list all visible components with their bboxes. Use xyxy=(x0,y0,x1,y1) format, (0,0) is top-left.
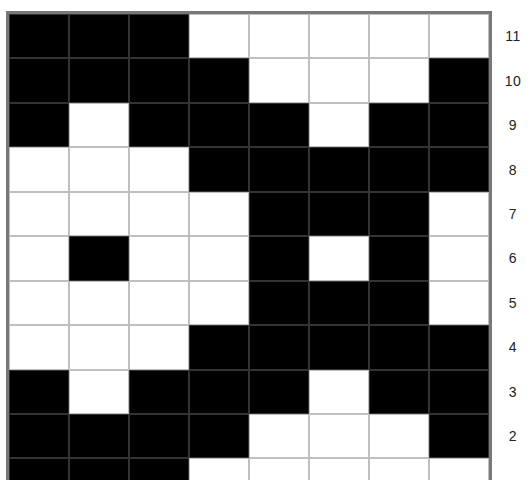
row-label-5: 5 xyxy=(496,281,530,325)
cell-r4-c5[interactable] xyxy=(249,325,309,369)
cell-r6-c4[interactable] xyxy=(189,236,249,280)
cell-r5-c6[interactable] xyxy=(309,281,369,325)
cell-r3-c5[interactable] xyxy=(249,370,309,414)
cell-r2-c6[interactable] xyxy=(309,414,369,458)
row-label-10: 10 xyxy=(496,58,530,102)
cell-r1-c2[interactable] xyxy=(69,458,129,480)
cell-r5-c3[interactable] xyxy=(129,281,189,325)
cell-r10-c4[interactable] xyxy=(189,58,249,102)
cell-r8-c5[interactable] xyxy=(249,147,309,191)
cell-r7-c7[interactable] xyxy=(369,192,429,236)
cell-r1-c5[interactable] xyxy=(249,458,309,480)
cell-r7-c1[interactable] xyxy=(9,192,69,236)
cell-r1-c4[interactable] xyxy=(189,458,249,480)
cell-r7-c2[interactable] xyxy=(69,192,129,236)
cell-r11-c1[interactable] xyxy=(9,14,69,58)
cell-r9-c4[interactable] xyxy=(189,103,249,147)
row-label-2: 2 xyxy=(496,414,530,458)
cell-r5-c2[interactable] xyxy=(69,281,129,325)
cell-r1-c7[interactable] xyxy=(369,458,429,480)
cell-r3-c6[interactable] xyxy=(309,370,369,414)
row-label-7: 7 xyxy=(496,192,530,236)
cell-r7-c4[interactable] xyxy=(189,192,249,236)
cell-r4-c2[interactable] xyxy=(69,325,129,369)
row-label-4: 4 xyxy=(496,325,530,369)
cell-r11-c8[interactable] xyxy=(429,14,489,58)
cell-r6-c3[interactable] xyxy=(129,236,189,280)
cell-r11-c7[interactable] xyxy=(369,14,429,58)
cell-r11-c6[interactable] xyxy=(309,14,369,58)
cell-r4-c1[interactable] xyxy=(9,325,69,369)
cell-r8-c7[interactable] xyxy=(369,147,429,191)
row-label-6: 6 xyxy=(496,236,530,280)
cell-r7-c6[interactable] xyxy=(309,192,369,236)
cell-r9-c6[interactable] xyxy=(309,103,369,147)
cell-r11-c3[interactable] xyxy=(129,14,189,58)
cell-r11-c4[interactable] xyxy=(189,14,249,58)
cell-r6-c7[interactable] xyxy=(369,236,429,280)
cell-r3-c3[interactable] xyxy=(129,370,189,414)
cell-r3-c7[interactable] xyxy=(369,370,429,414)
cell-r2-c8[interactable] xyxy=(429,414,489,458)
cell-r2-c4[interactable] xyxy=(189,414,249,458)
cell-r11-c5[interactable] xyxy=(249,14,309,58)
cell-r6-c5[interactable] xyxy=(249,236,309,280)
cell-r1-c3[interactable] xyxy=(129,458,189,480)
cell-r1-c6[interactable] xyxy=(309,458,369,480)
cell-r5-c7[interactable] xyxy=(369,281,429,325)
puzzle-grid xyxy=(6,11,492,480)
cell-r2-c5[interactable] xyxy=(249,414,309,458)
cell-r4-c3[interactable] xyxy=(129,325,189,369)
cell-r4-c7[interactable] xyxy=(369,325,429,369)
cell-r6-c2[interactable] xyxy=(69,236,129,280)
cell-r10-c1[interactable] xyxy=(9,58,69,102)
cell-r10-c2[interactable] xyxy=(69,58,129,102)
cell-r9-c3[interactable] xyxy=(129,103,189,147)
cell-r8-c1[interactable] xyxy=(9,147,69,191)
nonogram-board-area: 111098765432 xyxy=(0,0,531,480)
cell-r10-c7[interactable] xyxy=(369,58,429,102)
cell-r3-c4[interactable] xyxy=(189,370,249,414)
cell-r8-c3[interactable] xyxy=(129,147,189,191)
cell-r8-c4[interactable] xyxy=(189,147,249,191)
cell-r9-c1[interactable] xyxy=(9,103,69,147)
cell-r9-c2[interactable] xyxy=(69,103,129,147)
cell-r1-c8[interactable] xyxy=(429,458,489,480)
row-label-9: 9 xyxy=(496,103,530,147)
cell-r5-c5[interactable] xyxy=(249,281,309,325)
row-labels: 111098765432 xyxy=(496,14,530,458)
cell-r9-c8[interactable] xyxy=(429,103,489,147)
row-label-3: 3 xyxy=(496,370,530,414)
cell-r7-c3[interactable] xyxy=(129,192,189,236)
cell-r10-c5[interactable] xyxy=(249,58,309,102)
cell-r1-c1[interactable] xyxy=(9,458,69,480)
cell-r2-c2[interactable] xyxy=(69,414,129,458)
row-label-8: 8 xyxy=(496,147,530,191)
cell-r8-c8[interactable] xyxy=(429,147,489,191)
cell-r7-c5[interactable] xyxy=(249,192,309,236)
cell-r8-c2[interactable] xyxy=(69,147,129,191)
cell-r3-c8[interactable] xyxy=(429,370,489,414)
cell-r9-c7[interactable] xyxy=(369,103,429,147)
cell-r3-c2[interactable] xyxy=(69,370,129,414)
cell-r4-c4[interactable] xyxy=(189,325,249,369)
cell-r6-c1[interactable] xyxy=(9,236,69,280)
row-label-11: 11 xyxy=(496,14,530,58)
cell-r7-c8[interactable] xyxy=(429,192,489,236)
cell-r5-c4[interactable] xyxy=(189,281,249,325)
cell-r6-c8[interactable] xyxy=(429,236,489,280)
cell-r10-c8[interactable] xyxy=(429,58,489,102)
cell-r2-c3[interactable] xyxy=(129,414,189,458)
cell-r4-c8[interactable] xyxy=(429,325,489,369)
cell-r11-c2[interactable] xyxy=(69,14,129,58)
cell-r2-c7[interactable] xyxy=(369,414,429,458)
cell-r8-c6[interactable] xyxy=(309,147,369,191)
cell-r5-c1[interactable] xyxy=(9,281,69,325)
cell-r10-c3[interactable] xyxy=(129,58,189,102)
cell-r5-c8[interactable] xyxy=(429,281,489,325)
cell-r9-c5[interactable] xyxy=(249,103,309,147)
cell-r6-c6[interactable] xyxy=(309,236,369,280)
cell-r2-c1[interactable] xyxy=(9,414,69,458)
cell-r3-c1[interactable] xyxy=(9,370,69,414)
cell-r4-c6[interactable] xyxy=(309,325,369,369)
cell-r10-c6[interactable] xyxy=(309,58,369,102)
